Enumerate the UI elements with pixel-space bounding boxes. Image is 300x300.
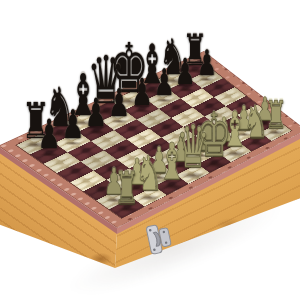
metal-latch bbox=[140, 218, 183, 263]
scene: ♜♞♝♛♚♝♞♜♟♟♟♟♟♟♟♟♟♟♟♟♟♟♟♟♜♞♝♛♚♝♞♜ bbox=[0, 0, 300, 300]
